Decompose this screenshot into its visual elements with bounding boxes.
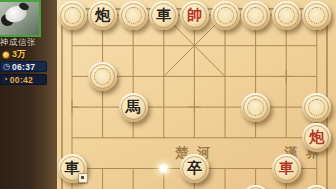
move-time-chip: ◔ 00:42 [0,74,47,85]
hidden-piece[interactable] [241,1,270,30]
piece-character: 炮 [88,1,117,30]
coin-amount: 3万 [12,48,26,61]
hidden-piece[interactable] [211,1,240,30]
hidden-piece-ring [247,7,264,24]
coin-icon [2,51,10,59]
game-screen: 楚河 漢界 神成信张 3万 ◷ 06:37 ◔ 00:42 炮車帥馬炮車卒車 [0,0,336,189]
hidden-piece[interactable] [302,93,331,122]
hidden-piece-ring [278,7,295,24]
piece-b-車[interactable]: 車 [58,154,87,183]
clock-icon: ◷ [3,63,10,71]
hidden-piece-ring [308,7,325,24]
hidden-piece[interactable] [58,1,87,30]
origin-badge [78,173,88,183]
timer-icon: ◔ [3,76,8,84]
total-time-chip: ◷ 06:37 [0,61,47,72]
piece-b-卒[interactable]: 卒 [180,154,209,183]
coin-row: 3万 [2,48,26,61]
hidden-piece-ring [125,7,142,24]
hidden-piece[interactable] [88,62,117,91]
piece-character: 車 [272,154,301,183]
hidden-piece[interactable] [119,1,148,30]
hidden-piece[interactable] [241,93,270,122]
hidden-piece-ring [64,7,81,24]
piece-b-炮[interactable]: 炮 [88,1,117,30]
player-avatar[interactable] [0,0,41,37]
hidden-piece[interactable] [302,1,331,30]
piece-r-帥[interactable]: 帥 [180,1,209,30]
hidden-piece-ring [217,7,234,24]
piece-character: 車 [149,1,178,30]
total-time: 06:37 [12,62,35,72]
move-time: 00:42 [10,75,33,85]
piece-character: 炮 [302,123,331,152]
hidden-piece-ring [308,99,325,116]
piece-b-馬[interactable]: 馬 [119,93,148,122]
hidden-piece-ring [94,68,111,85]
piece-character: 卒 [180,154,209,183]
piece-character: 馬 [119,93,148,122]
hidden-piece[interactable] [272,1,301,30]
hidden-piece-ring [247,99,264,116]
piece-r-車[interactable]: 車 [272,154,301,183]
piece-character: 帥 [180,1,209,30]
piece-r-炮[interactable]: 炮 [302,123,331,152]
player-sidebar: 神成信张 3万 ◷ 06:37 ◔ 00:42 [0,0,57,189]
piece-b-車[interactable]: 車 [149,1,178,30]
